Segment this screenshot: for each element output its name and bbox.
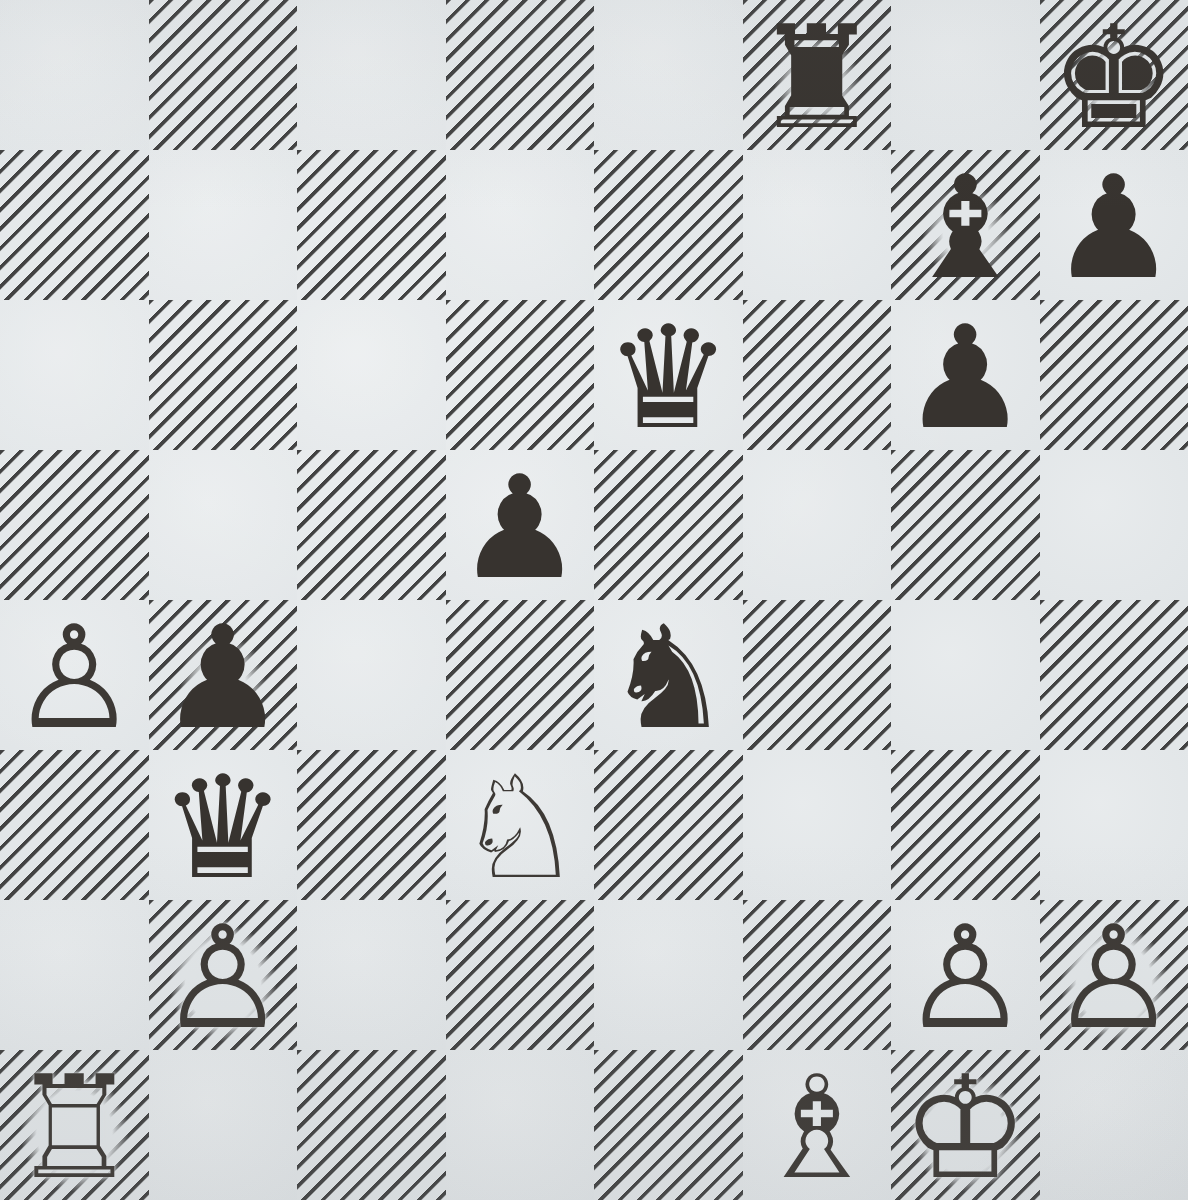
black-pawn: ♟ <box>446 453 595 600</box>
square-b5 <box>149 450 298 600</box>
black-king: ♚ <box>1040 3 1188 150</box>
square-a4: ♙ <box>0 600 149 750</box>
square-f2 <box>743 900 892 1050</box>
black-rook: ♜ <box>743 3 892 150</box>
white-pawn: ♙ <box>0 603 149 750</box>
square-b2: ♙ <box>149 900 298 1050</box>
square-a5 <box>0 450 149 600</box>
square-h6 <box>1040 300 1188 450</box>
chess-board: ♜♚♝♟♛♟♟♙♟♞♛♘♙♙♙♖♗♔ <box>0 0 1188 1200</box>
square-c2 <box>297 900 446 1050</box>
square-c7 <box>297 150 446 300</box>
square-b4: ♟ <box>149 600 298 750</box>
black-pawn: ♟ <box>891 303 1040 450</box>
square-e8 <box>594 0 743 150</box>
square-a6 <box>0 300 149 450</box>
square-f7 <box>743 150 892 300</box>
square-g2: ♙ <box>891 900 1040 1050</box>
square-a1: ♖ <box>0 1050 149 1200</box>
square-h3 <box>1040 750 1188 900</box>
square-e6: ♛ <box>594 300 743 450</box>
white-king: ♔ <box>891 1053 1040 1200</box>
square-f8: ♜ <box>743 0 892 150</box>
square-c5 <box>297 450 446 600</box>
square-f4 <box>743 600 892 750</box>
square-c4 <box>297 600 446 750</box>
square-e7 <box>594 150 743 300</box>
square-h8: ♚ <box>1040 0 1188 150</box>
square-d4 <box>446 600 595 750</box>
square-g4 <box>891 600 1040 750</box>
square-f5 <box>743 450 892 600</box>
square-g8 <box>891 0 1040 150</box>
square-d3: ♘ <box>446 750 595 900</box>
black-knight: ♞ <box>594 603 743 750</box>
square-e2 <box>594 900 743 1050</box>
square-g1: ♔ <box>891 1050 1040 1200</box>
square-c1 <box>297 1050 446 1200</box>
square-e4: ♞ <box>594 600 743 750</box>
square-a2 <box>0 900 149 1050</box>
square-e5 <box>594 450 743 600</box>
square-g3 <box>891 750 1040 900</box>
white-knight: ♘ <box>446 753 595 900</box>
white-pawn: ♙ <box>1040 903 1188 1050</box>
square-c8 <box>297 0 446 150</box>
square-h4 <box>1040 600 1188 750</box>
square-a7 <box>0 150 149 300</box>
black-queen: ♛ <box>594 303 743 450</box>
square-h1 <box>1040 1050 1188 1200</box>
square-d8 <box>446 0 595 150</box>
white-pawn: ♙ <box>891 903 1040 1050</box>
square-b7 <box>149 150 298 300</box>
square-h5 <box>1040 450 1188 600</box>
square-g6: ♟ <box>891 300 1040 450</box>
square-e1 <box>594 1050 743 1200</box>
square-b1 <box>149 1050 298 1200</box>
square-e3 <box>594 750 743 900</box>
square-d1 <box>446 1050 595 1200</box>
square-c3 <box>297 750 446 900</box>
square-d6 <box>446 300 595 450</box>
square-d5: ♟ <box>446 450 595 600</box>
square-a3 <box>0 750 149 900</box>
square-c6 <box>297 300 446 450</box>
square-b8 <box>149 0 298 150</box>
square-a8 <box>0 0 149 150</box>
white-bishop: ♗ <box>743 1053 892 1200</box>
white-rook: ♖ <box>0 1053 149 1200</box>
black-pawn: ♟ <box>1040 153 1188 300</box>
square-h2: ♙ <box>1040 900 1188 1050</box>
book-diagram-photo: ♜♚♝♟♛♟♟♙♟♞♛♘♙♙♙♖♗♔ <box>0 0 1188 1200</box>
square-h7: ♟ <box>1040 150 1188 300</box>
square-d2 <box>446 900 595 1050</box>
black-pawn: ♟ <box>149 603 298 750</box>
square-d7 <box>446 150 595 300</box>
black-queen: ♛ <box>149 753 298 900</box>
square-f3 <box>743 750 892 900</box>
square-g5 <box>891 450 1040 600</box>
square-f1: ♗ <box>743 1050 892 1200</box>
square-b3: ♛ <box>149 750 298 900</box>
white-pawn: ♙ <box>149 903 298 1050</box>
square-g7: ♝ <box>891 150 1040 300</box>
square-b6 <box>149 300 298 450</box>
square-f6 <box>743 300 892 450</box>
black-bishop: ♝ <box>891 153 1040 300</box>
